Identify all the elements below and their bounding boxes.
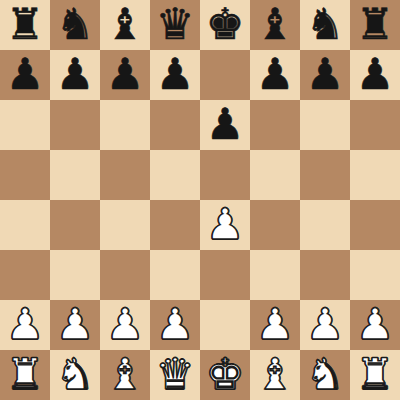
square-c3[interactable] [100,250,150,300]
black-pawn-piece[interactable]: ♟ [6,53,45,96]
white-queen-piece[interactable]: ♛ [156,353,195,396]
square-b8[interactable]: ♞ [50,0,100,50]
black-pawn-piece[interactable]: ♟ [256,53,295,96]
square-a3[interactable] [0,250,50,300]
black-king-piece[interactable]: ♚ [206,3,245,46]
square-a5[interactable] [0,150,50,200]
white-rook-piece[interactable]: ♜ [356,353,395,396]
square-f3[interactable] [250,250,300,300]
square-f7[interactable]: ♟ [250,50,300,100]
black-pawn-piece[interactable]: ♟ [56,53,95,96]
square-h4[interactable] [350,200,400,250]
square-c5[interactable] [100,150,150,200]
square-f2[interactable]: ♟ [250,300,300,350]
white-knight-piece[interactable]: ♞ [56,353,95,396]
square-h5[interactable] [350,150,400,200]
square-h7[interactable]: ♟ [350,50,400,100]
black-rook-piece[interactable]: ♜ [356,3,395,46]
square-d8[interactable]: ♛ [150,0,200,50]
square-e8[interactable]: ♚ [200,0,250,50]
square-a4[interactable] [0,200,50,250]
square-b2[interactable]: ♟ [50,300,100,350]
white-pawn-piece[interactable]: ♟ [56,303,95,346]
square-d2[interactable]: ♟ [150,300,200,350]
square-g6[interactable] [300,100,350,150]
white-pawn-piece[interactable]: ♟ [156,303,195,346]
square-f6[interactable] [250,100,300,150]
square-h3[interactable] [350,250,400,300]
square-g7[interactable]: ♟ [300,50,350,100]
square-a7[interactable]: ♟ [0,50,50,100]
square-e1[interactable]: ♚ [200,350,250,400]
square-a2[interactable]: ♟ [0,300,50,350]
black-bishop-piece[interactable]: ♝ [106,3,145,46]
square-b5[interactable] [50,150,100,200]
square-e3[interactable] [200,250,250,300]
square-g4[interactable] [300,200,350,250]
black-rook-piece[interactable]: ♜ [6,3,45,46]
square-c7[interactable]: ♟ [100,50,150,100]
square-c4[interactable] [100,200,150,250]
black-pawn-piece[interactable]: ♟ [106,53,145,96]
black-knight-piece[interactable]: ♞ [306,3,345,46]
square-d1[interactable]: ♛ [150,350,200,400]
white-bishop-piece[interactable]: ♝ [256,353,295,396]
white-pawn-piece[interactable]: ♟ [6,303,45,346]
square-e5[interactable] [200,150,250,200]
white-king-piece[interactable]: ♚ [206,353,245,396]
white-bishop-piece[interactable]: ♝ [106,353,145,396]
white-knight-piece[interactable]: ♞ [306,353,345,396]
chess-board: ♜♞♝♛♚♝♞♜♟♟♟♟♟♟♟♟♟♟♟♟♟♟♟♟♜♞♝♛♚♝♞♜ [0,0,400,400]
square-e2[interactable] [200,300,250,350]
square-g5[interactable] [300,150,350,200]
square-g3[interactable] [300,250,350,300]
square-h1[interactable]: ♜ [350,350,400,400]
square-c8[interactable]: ♝ [100,0,150,50]
square-a1[interactable]: ♜ [0,350,50,400]
square-a6[interactable] [0,100,50,150]
square-b7[interactable]: ♟ [50,50,100,100]
black-pawn-piece[interactable]: ♟ [156,53,195,96]
white-pawn-piece[interactable]: ♟ [206,203,245,246]
white-pawn-piece[interactable]: ♟ [256,303,295,346]
square-e7[interactable] [200,50,250,100]
square-e4[interactable]: ♟ [200,200,250,250]
square-c2[interactable]: ♟ [100,300,150,350]
square-d5[interactable] [150,150,200,200]
square-b4[interactable] [50,200,100,250]
square-f4[interactable] [250,200,300,250]
black-bishop-piece[interactable]: ♝ [256,3,295,46]
white-pawn-piece[interactable]: ♟ [306,303,345,346]
black-knight-piece[interactable]: ♞ [56,3,95,46]
square-f1[interactable]: ♝ [250,350,300,400]
square-g8[interactable]: ♞ [300,0,350,50]
square-h8[interactable]: ♜ [350,0,400,50]
black-pawn-piece[interactable]: ♟ [306,53,345,96]
square-a8[interactable]: ♜ [0,0,50,50]
square-d6[interactable] [150,100,200,150]
square-c1[interactable]: ♝ [100,350,150,400]
black-queen-piece[interactable]: ♛ [156,3,195,46]
white-pawn-piece[interactable]: ♟ [356,303,395,346]
white-pawn-piece[interactable]: ♟ [106,303,145,346]
square-f8[interactable]: ♝ [250,0,300,50]
square-f5[interactable] [250,150,300,200]
square-b1[interactable]: ♞ [50,350,100,400]
square-h2[interactable]: ♟ [350,300,400,350]
square-c6[interactable] [100,100,150,150]
black-pawn-piece[interactable]: ♟ [356,53,395,96]
square-d4[interactable] [150,200,200,250]
square-g1[interactable]: ♞ [300,350,350,400]
square-e6[interactable]: ♟ [200,100,250,150]
square-d3[interactable] [150,250,200,300]
black-pawn-piece[interactable]: ♟ [206,103,245,146]
square-g2[interactable]: ♟ [300,300,350,350]
square-h6[interactable] [350,100,400,150]
square-d7[interactable]: ♟ [150,50,200,100]
white-rook-piece[interactable]: ♜ [6,353,45,396]
square-b6[interactable] [50,100,100,150]
square-b3[interactable] [50,250,100,300]
